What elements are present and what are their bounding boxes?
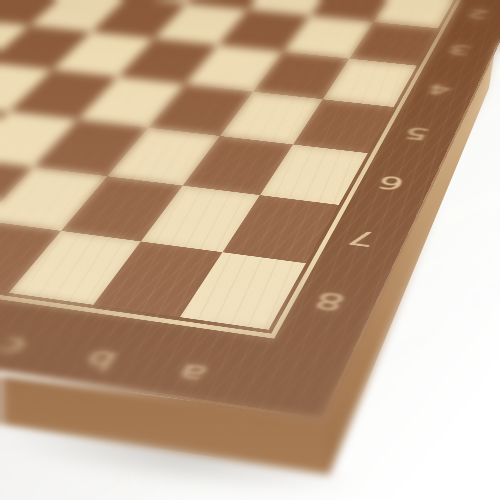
chess-board: 87654321 abcdefgh: [0, 0, 500, 421]
lighting-gradient: [0, 0, 500, 421]
perspective-scene: 87654321 abcdefgh: [0, 0, 500, 500]
chessboard-product-photo: 87654321 abcdefgh: [0, 0, 500, 500]
